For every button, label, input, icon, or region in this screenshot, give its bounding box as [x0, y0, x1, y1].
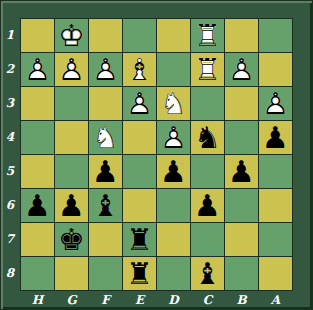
square-b4[interactable]: [225, 121, 258, 154]
square-b1[interactable]: [225, 19, 258, 52]
piece-black-pawn[interactable]: ♟: [225, 155, 258, 188]
piece-black-pawn[interactable]: ♟: [259, 121, 292, 154]
square-c4[interactable]: ♞: [191, 121, 224, 154]
square-g1[interactable]: ♚♔: [55, 19, 88, 52]
square-e5[interactable]: [123, 155, 156, 188]
bishop-glyph: ♝: [191, 257, 224, 290]
piece-black-pawn[interactable]: ♟: [55, 189, 88, 222]
square-b6[interactable]: [225, 189, 258, 222]
square-d7[interactable]: [157, 223, 190, 256]
knight-glyph: ♞: [191, 121, 224, 154]
knight-outline-glyph: ♘: [89, 121, 122, 154]
square-f2[interactable]: ♟♙: [89, 53, 122, 86]
square-f3[interactable]: [89, 87, 122, 120]
square-e4[interactable]: [123, 121, 156, 154]
chess-board: ♚♔♜♖♟♙♟♙♟♙♝♗♜♖♟♙♟♙♞♘♟♙♞♘♟♙♞♟♟♟♟♟♟♝♟♚♜♜♝: [20, 18, 293, 291]
square-g7[interactable]: ♚: [55, 223, 88, 256]
square-f6[interactable]: ♝: [89, 189, 122, 222]
square-c6[interactable]: ♟: [191, 189, 224, 222]
file-label-d: D: [157, 293, 190, 308]
rank-label-1: 1: [1, 19, 19, 52]
square-c7[interactable]: [191, 223, 224, 256]
pawn-outline-glyph: ♙: [123, 87, 156, 120]
piece-white-pawn[interactable]: ♟♙: [123, 87, 156, 120]
square-d4[interactable]: ♟♙: [157, 121, 190, 154]
pawn-glyph: ♟: [21, 189, 54, 222]
king-outline-glyph: ♔: [55, 19, 88, 52]
square-d2[interactable]: [157, 53, 190, 86]
pawn-glyph: ♟: [89, 155, 122, 188]
bishop-outline-glyph: ♗: [123, 53, 156, 86]
square-a6[interactable]: [259, 189, 292, 222]
square-d3[interactable]: ♞♘: [157, 87, 190, 120]
square-a7[interactable]: [259, 223, 292, 256]
rank-label-4: 4: [1, 121, 19, 154]
piece-black-knight[interactable]: ♞: [191, 121, 224, 154]
square-c1[interactable]: ♜♖: [191, 19, 224, 52]
square-h7[interactable]: [21, 223, 54, 256]
square-f7[interactable]: [89, 223, 122, 256]
piece-black-bishop[interactable]: ♝: [89, 189, 122, 222]
square-b2[interactable]: ♟♙: [225, 53, 258, 86]
square-e1[interactable]: [123, 19, 156, 52]
file-label-h: H: [21, 293, 54, 308]
piece-white-king[interactable]: ♚♔: [55, 19, 88, 52]
square-b8[interactable]: [225, 257, 258, 290]
square-f5[interactable]: ♟: [89, 155, 122, 188]
square-e3[interactable]: ♟♙: [123, 87, 156, 120]
square-g3[interactable]: [55, 87, 88, 120]
square-c3[interactable]: [191, 87, 224, 120]
piece-black-bishop[interactable]: ♝: [191, 257, 224, 290]
king-glyph: ♚: [55, 223, 88, 256]
piece-black-king[interactable]: ♚: [55, 223, 88, 256]
pawn-glyph: ♟: [191, 189, 224, 222]
pawn-glyph: ♟: [259, 121, 292, 154]
piece-white-pawn[interactable]: ♟♙: [157, 121, 190, 154]
square-e8[interactable]: ♜: [123, 257, 156, 290]
piece-white-knight[interactable]: ♞♘: [89, 121, 122, 154]
square-a3[interactable]: ♟♙: [259, 87, 292, 120]
square-f1[interactable]: [89, 19, 122, 52]
square-a8[interactable]: [259, 257, 292, 290]
square-g4[interactable]: [55, 121, 88, 154]
pawn-glyph: ♟: [55, 189, 88, 222]
square-b3[interactable]: [225, 87, 258, 120]
pawn-outline-glyph: ♙: [157, 121, 190, 154]
file-label-g: G: [55, 293, 88, 308]
piece-white-bishop[interactable]: ♝♗: [123, 53, 156, 86]
square-h2[interactable]: ♟♙: [21, 53, 54, 86]
square-c2[interactable]: ♜♖: [191, 53, 224, 86]
square-b7[interactable]: [225, 223, 258, 256]
piece-white-pawn[interactable]: ♟♙: [55, 53, 88, 86]
rank-label-8: 8: [1, 257, 19, 290]
square-h5[interactable]: [21, 155, 54, 188]
piece-white-rook[interactable]: ♜♖: [191, 19, 224, 52]
pawn-outline-glyph: ♙: [55, 53, 88, 86]
piece-black-rook[interactable]: ♜: [123, 223, 156, 256]
square-h4[interactable]: [21, 121, 54, 154]
square-e6[interactable]: [123, 189, 156, 222]
square-h3[interactable]: [21, 87, 54, 120]
square-g8[interactable]: [55, 257, 88, 290]
rank-label-2: 2: [1, 53, 19, 86]
rank-label-3: 3: [1, 87, 19, 120]
square-a4[interactable]: ♟: [259, 121, 292, 154]
piece-black-rook[interactable]: ♜: [123, 257, 156, 290]
square-a5[interactable]: [259, 155, 292, 188]
square-b5[interactable]: ♟: [225, 155, 258, 188]
rook-glyph: ♜: [123, 257, 156, 290]
rook-outline-glyph: ♖: [191, 19, 224, 52]
square-g6[interactable]: ♟: [55, 189, 88, 222]
piece-white-pawn[interactable]: ♟♙: [259, 87, 292, 120]
square-h1[interactable]: [21, 19, 54, 52]
file-label-a: A: [259, 293, 292, 308]
square-g2[interactable]: ♟♙: [55, 53, 88, 86]
piece-black-pawn[interactable]: ♟: [191, 189, 224, 222]
square-a1[interactable]: [259, 19, 292, 52]
pawn-glyph: ♟: [225, 155, 258, 188]
rook-outline-glyph: ♖: [191, 53, 224, 86]
bishop-glyph: ♝: [89, 189, 122, 222]
square-g5[interactable]: [55, 155, 88, 188]
pawn-glyph: ♟: [157, 155, 190, 188]
rank-label-7: 7: [1, 223, 19, 256]
chess-board-frame: ♚♔♜♖♟♙♟♙♟♙♝♗♜♖♟♙♟♙♞♘♟♙♞♘♟♙♞♟♟♟♟♟♟♝♟♚♜♜♝ …: [0, 0, 313, 310]
square-e7[interactable]: ♜: [123, 223, 156, 256]
file-label-c: C: [191, 293, 224, 308]
square-f8[interactable]: [89, 257, 122, 290]
square-d5[interactable]: ♟: [157, 155, 190, 188]
piece-black-pawn[interactable]: ♟: [21, 189, 54, 222]
square-h8[interactable]: [21, 257, 54, 290]
piece-white-rook[interactable]: ♜♖: [191, 53, 224, 86]
piece-white-pawn[interactable]: ♟♙: [89, 53, 122, 86]
square-f4[interactable]: ♞♘: [89, 121, 122, 154]
file-label-b: B: [225, 293, 258, 308]
file-label-e: E: [123, 293, 156, 308]
square-a2[interactable]: [259, 53, 292, 86]
piece-white-pawn[interactable]: ♟♙: [21, 53, 54, 86]
pawn-outline-glyph: ♙: [89, 53, 122, 86]
piece-white-pawn[interactable]: ♟♙: [225, 53, 258, 86]
knight-outline-glyph: ♘: [157, 87, 190, 120]
pawn-outline-glyph: ♙: [21, 53, 54, 86]
piece-black-pawn[interactable]: ♟: [157, 155, 190, 188]
rank-label-5: 5: [1, 155, 19, 188]
pawn-outline-glyph: ♙: [259, 87, 292, 120]
square-d1[interactable]: [157, 19, 190, 52]
pawn-outline-glyph: ♙: [225, 53, 258, 86]
rank-label-6: 6: [1, 189, 19, 222]
piece-white-knight[interactable]: ♞♘: [157, 87, 190, 120]
file-label-f: F: [89, 293, 122, 308]
rook-glyph: ♜: [123, 223, 156, 256]
square-h6[interactable]: ♟: [21, 189, 54, 222]
square-d8[interactable]: [157, 257, 190, 290]
square-d6[interactable]: [157, 189, 190, 222]
square-c5[interactable]: [191, 155, 224, 188]
piece-black-pawn[interactable]: ♟: [89, 155, 122, 188]
square-c8[interactable]: ♝: [191, 257, 224, 290]
square-e2[interactable]: ♝♗: [123, 53, 156, 86]
